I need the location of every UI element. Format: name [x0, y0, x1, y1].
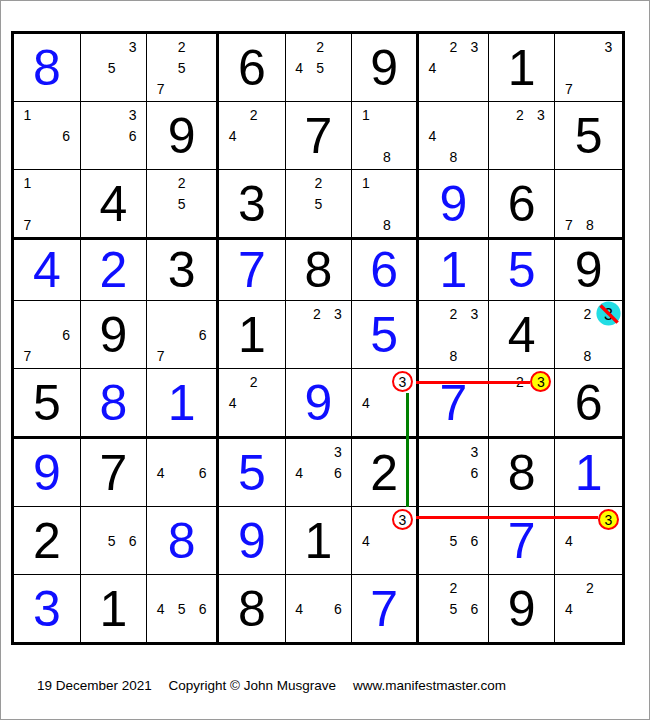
cell-r9c3[interactable]: 456 [147, 575, 219, 642]
candidate-6: 6 [192, 324, 213, 345]
cell-r6c8[interactable]: 23 [489, 369, 556, 439]
footer-date: 19 December 2021 [37, 678, 152, 693]
solved-digit: 7 [238, 245, 266, 295]
candidate-2: 2 [308, 172, 329, 193]
candidate-4: 4 [222, 392, 243, 413]
pencil-marks: 18 [352, 170, 416, 237]
solved-digit: 9 [33, 448, 61, 498]
candidate-4: 4 [355, 530, 376, 551]
candidate-2: 2 [171, 172, 192, 193]
candidate-6: 6 [327, 598, 348, 619]
cell-r4c5[interactable]: 8 [286, 240, 353, 301]
candidate-2: 2 [243, 104, 264, 125]
candidate-6: 6 [464, 530, 485, 551]
given-digit: 2 [370, 448, 398, 498]
cell-r7c9[interactable]: 1 [555, 439, 622, 507]
cell-r3c6[interactable]: 18 [352, 170, 419, 240]
cell-r6c9[interactable]: 6 [555, 369, 622, 439]
solved-digit: 6 [370, 245, 398, 295]
solved-digit: 5 [370, 310, 398, 360]
candidate-6: 6 [192, 462, 213, 483]
candidate-6: 6 [327, 462, 348, 483]
candidate-5: 5 [443, 530, 464, 551]
solved-digit: 8 [33, 43, 61, 93]
pencil-marks: 18 [352, 102, 416, 169]
candidate-8: 8 [376, 146, 397, 167]
candidate-2: 2 [171, 36, 192, 57]
candidate-7: 7 [150, 78, 171, 99]
pencil-marks: 456 [147, 575, 216, 642]
cell-r6c5[interactable]: 9 [286, 369, 353, 439]
candidate-4: 4 [150, 598, 171, 619]
candidate-6: 6 [122, 125, 143, 146]
candidate-8: 8 [579, 214, 600, 235]
candidate-1: 1 [17, 104, 38, 125]
cell-r4c6[interactable]: 6 [352, 240, 419, 301]
pencil-marks: 24 [555, 575, 622, 642]
cell-r8c6[interactable]: 34 [352, 507, 419, 575]
candidate-4: 4 [355, 392, 376, 413]
cell-r8c5[interactable]: 1 [286, 507, 353, 575]
cell-r7c1[interactable]: 9 [14, 439, 81, 507]
given-digit: 1 [305, 516, 333, 566]
candidate-3: 3 [598, 36, 619, 57]
cell-r1c9[interactable]: 37 [555, 34, 622, 102]
candidate-2: 2 [310, 36, 331, 57]
chain-line-red-row8 [416, 516, 598, 519]
cell-r4c7[interactable]: 1 [419, 240, 489, 301]
candidate-6: 6 [56, 125, 77, 146]
solved-digit: 1 [168, 378, 196, 428]
pencil-marks: 256 [419, 575, 488, 642]
cell-r6c7[interactable]: 7 [419, 369, 489, 439]
candidate-6: 6 [464, 462, 485, 483]
candidate-3: 3 [530, 104, 551, 125]
candidate-2: 2 [443, 36, 464, 57]
pencil-marks: 245 [286, 34, 352, 101]
cell-r5c4[interactable]: 1 [219, 301, 286, 369]
cell-r7c5[interactable]: 346 [286, 439, 353, 507]
pencil-marks: 346 [286, 439, 352, 506]
given-digit: 6 [508, 179, 536, 229]
cell-r9c9[interactable]: 24 [555, 575, 622, 642]
cell-r7c7[interactable]: 36 [419, 439, 489, 507]
cell-r2c3[interactable]: 9 [147, 102, 219, 170]
candidate-3: 3 [464, 441, 485, 462]
given-digit: 9 [575, 245, 603, 295]
cell-r9c6[interactable]: 7 [352, 575, 419, 642]
cell-r3c9[interactable]: 78 [555, 170, 622, 240]
cell-r2c7[interactable]: 48 [419, 102, 489, 170]
candidate-3: 3 [464, 303, 485, 324]
pencil-marks: 238 [419, 301, 488, 368]
cell-r3c2[interactable]: 4 [81, 170, 148, 240]
candidate-7: 7 [150, 345, 171, 366]
given-digit: 4 [508, 310, 536, 360]
cell-r3c7[interactable]: 9 [419, 170, 489, 240]
given-digit: 9 [168, 111, 196, 161]
given-digit: 9 [99, 310, 127, 360]
cell-r1c3[interactable]: 257 [147, 34, 219, 102]
cell-r6c3[interactable]: 1 [147, 369, 219, 439]
given-digit: 5 [33, 378, 61, 428]
candidate-2: 2 [443, 577, 464, 598]
candidate-5: 5 [310, 57, 331, 78]
cell-r3c5[interactable]: 25 [286, 170, 353, 240]
given-digit: 1 [238, 310, 266, 360]
candidate-6: 6 [56, 324, 77, 345]
pencil-marks: 238 [555, 301, 622, 368]
cell-r4c8[interactable]: 5 [489, 240, 556, 301]
cell-r1c7[interactable]: 234 [419, 34, 489, 102]
pencil-marks: 25 [286, 170, 352, 237]
cell-r6c2[interactable]: 8 [81, 369, 148, 439]
candidate-5: 5 [101, 57, 122, 78]
candidate-4: 4 [289, 57, 310, 78]
candidate-8: 8 [443, 345, 464, 366]
cell-r4c1[interactable]: 4 [14, 240, 81, 301]
cell-r6c4[interactable]: 24 [219, 369, 286, 439]
cell-r8c2[interactable]: 56 [81, 507, 148, 575]
cell-r7c3[interactable]: 46 [147, 439, 219, 507]
candidate-4: 4 [422, 57, 443, 78]
cell-r1c6[interactable]: 9 [352, 34, 419, 102]
pencil-marks: 23 [489, 369, 555, 436]
given-digit: 4 [99, 179, 127, 229]
candidate-6: 6 [464, 598, 485, 619]
solved-digit: 1 [575, 448, 603, 498]
given-digit: 9 [508, 584, 536, 634]
footer-website: www.manifestmaster.com [353, 678, 506, 693]
cell-r8c3[interactable]: 8 [147, 507, 219, 575]
pencil-marks: 24 [219, 102, 285, 169]
pencil-marks: 67 [147, 301, 216, 368]
sudoku-board: 8352576245923413716369247184823517425325… [11, 31, 625, 645]
cell-r4c2[interactable]: 2 [81, 240, 148, 301]
candidate-3: 3 [327, 441, 348, 462]
chain-line-green-col6 [406, 393, 409, 507]
candidate-2: 2 [443, 303, 464, 324]
given-digit: 9 [370, 43, 398, 93]
cell-r9c4[interactable]: 8 [219, 575, 286, 642]
candidate-3: 3 [122, 104, 143, 125]
cell-r6c1[interactable]: 5 [14, 369, 81, 439]
candidate-7: 7 [558, 78, 579, 99]
cell-r8c1[interactable]: 2 [14, 507, 81, 575]
cell-r1c8[interactable]: 1 [489, 34, 556, 102]
candidate-4: 4 [422, 125, 443, 146]
candidate-1: 1 [17, 172, 38, 193]
given-digit: 1 [99, 584, 127, 634]
candidate-8: 8 [577, 345, 598, 366]
candidate-3: 3 [464, 36, 485, 57]
cell-r5c3[interactable]: 67 [147, 301, 219, 369]
cell-r7c4[interactable]: 5 [219, 439, 286, 507]
given-digit: 8 [305, 245, 333, 295]
pencil-marks: 23 [286, 301, 352, 368]
candidate-7: 7 [558, 214, 579, 235]
candidate-4: 4 [558, 530, 579, 551]
footer: 19 December 2021 Copyright © John Musgra… [37, 678, 519, 693]
candidate-2: 2 [509, 104, 530, 125]
cell-r5c2[interactable]: 9 [81, 301, 148, 369]
solved-digit: 9 [238, 516, 266, 566]
cell-r2c2[interactable]: 36 [81, 102, 148, 170]
cell-r1c2[interactable]: 35 [81, 34, 148, 102]
candidate-5: 5 [171, 193, 192, 214]
given-digit: 2 [33, 516, 61, 566]
cell-r4c3[interactable]: 3 [147, 240, 219, 301]
given-digit: 8 [508, 448, 536, 498]
pencil-marks: 23 [489, 102, 555, 169]
solved-digit: 7 [370, 584, 398, 634]
solved-digit: 3 [33, 584, 61, 634]
chain-line-red-row6 [416, 381, 530, 384]
cell-r2c4[interactable]: 24 [219, 102, 286, 170]
pencil-marks: 67 [14, 301, 80, 368]
cell-r5c5[interactable]: 23 [286, 301, 353, 369]
cell-r4c4[interactable]: 7 [219, 240, 286, 301]
candidate-2: 2 [577, 303, 598, 324]
cell-r8c4[interactable]: 9 [219, 507, 286, 575]
candidate-4: 4 [150, 462, 171, 483]
footer-copyright: Copyright © John Musgrave [169, 678, 337, 693]
candidate-5: 5 [101, 530, 122, 551]
candidate-5: 5 [171, 598, 192, 619]
cell-r9c8[interactable]: 9 [489, 575, 556, 642]
cell-r7c2[interactable]: 7 [81, 439, 148, 507]
candidate-2: 2 [243, 371, 264, 392]
pencil-marks: 37 [555, 34, 622, 101]
cell-r5c6[interactable]: 5 [352, 301, 419, 369]
candidate-3: 3 [327, 303, 348, 324]
cell-r2c5[interactable]: 7 [286, 102, 353, 170]
cell-r2c8[interactable]: 23 [489, 102, 556, 170]
cell-r4c9[interactable]: 9 [555, 240, 622, 301]
solved-digit: 5 [238, 448, 266, 498]
cell-r2c1[interactable]: 16 [14, 102, 81, 170]
candidate-7: 7 [17, 214, 38, 235]
solved-digit: 4 [33, 245, 61, 295]
pencil-marks: 46 [286, 575, 352, 642]
pencil-marks: 56 [81, 507, 147, 574]
solved-digit: 9 [305, 378, 333, 428]
candidate-1: 1 [355, 172, 376, 193]
given-digit: 8 [238, 584, 266, 634]
solved-digit: 5 [508, 245, 536, 295]
solved-digit: 7 [439, 378, 467, 428]
candidate-3-disc-yellow: 3 [530, 371, 551, 392]
cell-r3c1[interactable]: 17 [14, 170, 81, 240]
candidate-4: 4 [558, 598, 579, 619]
cell-r9c2[interactable]: 1 [81, 575, 148, 642]
candidate-4: 4 [289, 598, 310, 619]
candidate-3: 3 [122, 36, 143, 57]
solved-digit: 2 [99, 245, 127, 295]
cell-r9c7[interactable]: 256 [419, 575, 489, 642]
cell-r7c8[interactable]: 8 [489, 439, 556, 507]
solved-digit: 7 [508, 516, 536, 566]
pencil-marks: 234 [419, 34, 488, 101]
solved-digit: 1 [439, 245, 467, 295]
candidate-3-disc-cyan: 3 [596, 301, 620, 325]
candidate-8: 8 [376, 214, 397, 235]
cell-r3c4[interactable]: 3 [219, 170, 286, 240]
candidate-6: 6 [122, 530, 143, 551]
candidate-5: 5 [308, 193, 329, 214]
pencil-marks: 36 [419, 439, 488, 506]
candidate-5: 5 [171, 57, 192, 78]
cell-r5c7[interactable]: 238 [419, 301, 489, 369]
candidate-1: 1 [355, 104, 376, 125]
pencil-marks: 78 [555, 170, 622, 237]
cell-r1c1[interactable]: 8 [14, 34, 81, 102]
cell-r5c9[interactable]: 238 [555, 301, 622, 369]
candidate-5: 5 [443, 598, 464, 619]
candidate-6: 6 [192, 598, 213, 619]
candidate-3-disc-yellow: 3 [598, 509, 619, 530]
pencil-marks: 35 [81, 34, 147, 101]
pencil-marks: 25 [147, 170, 216, 237]
solved-digit: 9 [439, 179, 467, 229]
solved-digit: 8 [168, 516, 196, 566]
pencil-marks: 17 [14, 170, 80, 237]
candidate-8: 8 [443, 146, 464, 167]
given-digit: 3 [238, 179, 266, 229]
cell-r2c6[interactable]: 18 [352, 102, 419, 170]
given-digit: 7 [305, 111, 333, 161]
pencil-marks: 257 [147, 34, 216, 101]
sudoku-page: 8352576245923413716369247184823517425325… [0, 0, 650, 720]
solved-digit: 8 [99, 378, 127, 428]
cell-r9c5[interactable]: 46 [286, 575, 353, 642]
candidate-2: 2 [579, 577, 600, 598]
pencil-marks: 48 [419, 102, 488, 169]
cell-r1c4[interactable]: 6 [219, 34, 286, 102]
pencil-marks: 16 [14, 102, 80, 169]
candidate-4: 4 [289, 462, 310, 483]
cell-r5c8[interactable]: 4 [489, 301, 556, 369]
given-digit: 5 [575, 111, 603, 161]
candidate-2: 2 [306, 303, 327, 324]
candidate-4: 4 [222, 125, 243, 146]
cell-r5c1[interactable]: 67 [14, 301, 81, 369]
candidate-7: 7 [17, 345, 38, 366]
pencil-marks: 24 [219, 369, 285, 436]
candidate-3-ring-red: 3 [392, 371, 413, 392]
candidate-3-ring-red: 3 [392, 509, 413, 530]
given-digit: 6 [238, 43, 266, 93]
given-digit: 6 [575, 378, 603, 428]
cell-r3c8[interactable]: 6 [489, 170, 556, 240]
pencil-marks: 34 [352, 507, 416, 574]
cell-r3c3[interactable]: 25 [147, 170, 219, 240]
given-digit: 7 [99, 448, 127, 498]
given-digit: 1 [508, 43, 536, 93]
pencil-marks: 36 [81, 102, 147, 169]
cell-r1c5[interactable]: 245 [286, 34, 353, 102]
pencil-marks: 46 [147, 439, 216, 506]
given-digit: 3 [168, 245, 196, 295]
cell-r2c9[interactable]: 5 [555, 102, 622, 170]
cell-r9c1[interactable]: 3 [14, 575, 81, 642]
